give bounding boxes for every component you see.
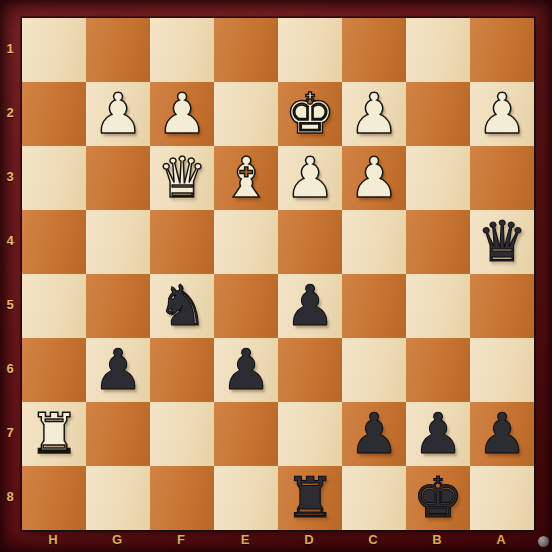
piece-bP-c7[interactable]: ♟ (342, 402, 406, 466)
square-g1[interactable] (86, 18, 150, 82)
square-d7[interactable] (278, 402, 342, 466)
file-label-e: E (213, 530, 277, 552)
square-c8[interactable] (342, 466, 406, 530)
square-h3[interactable] (22, 146, 86, 210)
chess-board: ♟♟♚♟♟♛♝♟♟♛♞♟♟♟♜♟♟♟♜♚ (21, 17, 535, 531)
square-a1[interactable] (470, 18, 534, 82)
square-f8[interactable] (150, 466, 214, 530)
square-e7[interactable] (214, 402, 278, 466)
square-b2[interactable] (406, 82, 470, 146)
square-d6[interactable] (278, 338, 342, 402)
square-c5[interactable] (342, 274, 406, 338)
square-f1[interactable] (150, 18, 214, 82)
square-f6[interactable] (150, 338, 214, 402)
square-d8[interactable]: ♜ (278, 466, 342, 530)
square-d5[interactable]: ♟ (278, 274, 342, 338)
file-label-g: G (85, 530, 149, 552)
square-a4[interactable]: ♛ (470, 210, 534, 274)
square-c1[interactable] (342, 18, 406, 82)
rank-label-3: 3 (0, 145, 20, 209)
piece-wB-e3[interactable]: ♝ (214, 146, 278, 210)
file-label-a: A (469, 530, 533, 552)
file-label-c: C (341, 530, 405, 552)
square-b8[interactable]: ♚ (406, 466, 470, 530)
square-b6[interactable] (406, 338, 470, 402)
square-g7[interactable] (86, 402, 150, 466)
piece-wP-d3[interactable]: ♟ (278, 146, 342, 210)
piece-bP-a7[interactable]: ♟ (470, 402, 534, 466)
square-h5[interactable] (22, 274, 86, 338)
square-a6[interactable] (470, 338, 534, 402)
square-d1[interactable] (278, 18, 342, 82)
square-a7[interactable]: ♟ (470, 402, 534, 466)
square-d2[interactable]: ♚ (278, 82, 342, 146)
square-c3[interactable]: ♟ (342, 146, 406, 210)
chess-board-frame: ♟♟♚♟♟♛♝♟♟♛♞♟♟♟♜♟♟♟♜♚ 12345678 HGFEDCBA (0, 0, 552, 552)
rank-label-8: 8 (0, 465, 20, 529)
square-g5[interactable] (86, 274, 150, 338)
square-h6[interactable] (22, 338, 86, 402)
piece-wP-c2[interactable]: ♟ (342, 82, 406, 146)
square-b1[interactable] (406, 18, 470, 82)
square-h8[interactable] (22, 466, 86, 530)
square-e4[interactable] (214, 210, 278, 274)
square-f4[interactable] (150, 210, 214, 274)
piece-wK-d2[interactable]: ♚ (278, 82, 342, 146)
square-c7[interactable]: ♟ (342, 402, 406, 466)
square-e3[interactable]: ♝ (214, 146, 278, 210)
square-h1[interactable] (22, 18, 86, 82)
rank-label-6: 6 (0, 337, 20, 401)
square-g4[interactable] (86, 210, 150, 274)
square-h7[interactable]: ♜ (22, 402, 86, 466)
square-d4[interactable] (278, 210, 342, 274)
piece-bP-d5[interactable]: ♟ (278, 274, 342, 338)
piece-wR-h7[interactable]: ♜ (22, 402, 86, 466)
square-b4[interactable] (406, 210, 470, 274)
piece-wP-a2[interactable]: ♟ (470, 82, 534, 146)
square-e8[interactable] (214, 466, 278, 530)
piece-bQ-a4[interactable]: ♛ (470, 210, 534, 274)
square-a8[interactable] (470, 466, 534, 530)
square-a2[interactable]: ♟ (470, 82, 534, 146)
square-c2[interactable]: ♟ (342, 82, 406, 146)
square-e6[interactable]: ♟ (214, 338, 278, 402)
square-a5[interactable] (470, 274, 534, 338)
piece-bP-e6[interactable]: ♟ (214, 338, 278, 402)
square-c4[interactable] (342, 210, 406, 274)
piece-bP-b7[interactable]: ♟ (406, 402, 470, 466)
piece-bR-d8[interactable]: ♜ (278, 466, 342, 530)
square-f7[interactable] (150, 402, 214, 466)
square-e5[interactable] (214, 274, 278, 338)
square-f5[interactable]: ♞ (150, 274, 214, 338)
square-e2[interactable] (214, 82, 278, 146)
square-b7[interactable]: ♟ (406, 402, 470, 466)
square-d3[interactable]: ♟ (278, 146, 342, 210)
square-e1[interactable] (214, 18, 278, 82)
piece-wP-c3[interactable]: ♟ (342, 146, 406, 210)
square-g8[interactable] (86, 466, 150, 530)
file-label-f: F (149, 530, 213, 552)
file-label-d: D (277, 530, 341, 552)
rank-label-2: 2 (0, 81, 20, 145)
piece-bP-g6[interactable]: ♟ (86, 338, 150, 402)
square-f2[interactable]: ♟ (150, 82, 214, 146)
square-h4[interactable] (22, 210, 86, 274)
square-g2[interactable]: ♟ (86, 82, 150, 146)
piece-bK-b8[interactable]: ♚ (406, 466, 470, 530)
file-label-b: B (405, 530, 469, 552)
rank-label-7: 7 (0, 401, 20, 465)
square-b5[interactable] (406, 274, 470, 338)
resize-handle-dot (538, 536, 549, 547)
square-g6[interactable]: ♟ (86, 338, 150, 402)
square-g3[interactable] (86, 146, 150, 210)
square-a3[interactable] (470, 146, 534, 210)
piece-bN-f5[interactable]: ♞ (150, 274, 214, 338)
rank-label-1: 1 (0, 17, 20, 81)
piece-wQ-f3[interactable]: ♛ (150, 146, 214, 210)
piece-wP-g2[interactable]: ♟ (86, 82, 150, 146)
square-h2[interactable] (22, 82, 86, 146)
rank-label-5: 5 (0, 273, 20, 337)
rank-label-4: 4 (0, 209, 20, 273)
piece-wP-f2[interactable]: ♟ (150, 82, 214, 146)
file-label-h: H (21, 530, 85, 552)
square-c6[interactable] (342, 338, 406, 402)
square-b3[interactable] (406, 146, 470, 210)
square-f3[interactable]: ♛ (150, 146, 214, 210)
